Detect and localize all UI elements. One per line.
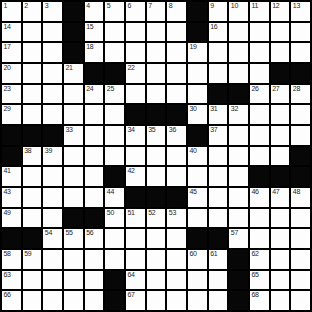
- clue-number-8: 8: [169, 2, 173, 10]
- clue-number-36: 36: [169, 126, 176, 134]
- white-cell-r12c6[interactable]: [105, 229, 124, 248]
- white-cell-r5c13[interactable]: 26: [250, 85, 269, 104]
- white-cell-r11c8[interactable]: 52: [147, 209, 166, 228]
- white-cell-r10c15[interactable]: 48: [291, 188, 310, 207]
- white-cell-r10c5[interactable]: [85, 188, 104, 207]
- white-cell-r1c1[interactable]: 1: [2, 2, 21, 21]
- white-cell-r6c10[interactable]: 30: [188, 105, 207, 124]
- white-cell-r1c2[interactable]: 2: [23, 2, 42, 21]
- clue-number-32: 32: [231, 105, 238, 113]
- clue-number-45: 45: [189, 188, 196, 196]
- white-cell-r12c12[interactable]: 57: [229, 229, 248, 248]
- white-cell-r14c5[interactable]: [85, 271, 104, 290]
- white-cell-r3c9[interactable]: [167, 43, 186, 62]
- white-cell-r6c4[interactable]: [64, 105, 83, 124]
- white-cell-r5c4[interactable]: [64, 85, 83, 104]
- white-cell-r4c2[interactable]: [23, 64, 42, 83]
- clue-number-57: 57: [231, 229, 238, 237]
- clue-number-9: 9: [210, 2, 214, 10]
- white-cell-r4c7[interactable]: 22: [126, 64, 145, 83]
- white-cell-r13c1[interactable]: 58: [2, 250, 21, 269]
- white-cell-r10c6[interactable]: 44: [105, 188, 124, 207]
- white-cell-r10c12[interactable]: [229, 188, 248, 207]
- white-cell-r15c15[interactable]: [291, 291, 310, 310]
- white-cell-r14c9[interactable]: [167, 271, 186, 290]
- clue-number-24: 24: [86, 85, 93, 93]
- white-cell-r7c9[interactable]: 36: [167, 126, 186, 145]
- white-cell-r8c6[interactable]: [105, 147, 124, 166]
- clue-number-16: 16: [210, 23, 217, 31]
- white-cell-r8c5[interactable]: [85, 147, 104, 166]
- black-cell-r10c7: [126, 188, 145, 207]
- clue-number-61: 61: [210, 250, 217, 258]
- white-cell-r1c9[interactable]: 8: [167, 2, 186, 21]
- white-cell-r7c14[interactable]: [271, 126, 290, 145]
- white-cell-r4c1[interactable]: 20: [2, 64, 21, 83]
- white-cell-r8c10[interactable]: 40: [188, 147, 207, 166]
- black-cell-r10c8: [147, 188, 166, 207]
- white-cell-r10c10[interactable]: 45: [188, 188, 207, 207]
- clue-number-54: 54: [45, 229, 52, 237]
- white-cell-r5c3[interactable]: [43, 85, 62, 104]
- white-cell-r7c8[interactable]: 35: [147, 126, 166, 145]
- white-cell-r1c14[interactable]: 12: [271, 2, 290, 21]
- white-cell-r2c1[interactable]: 14: [2, 23, 21, 42]
- clue-number-3: 3: [45, 2, 49, 10]
- white-cell-r6c2[interactable]: [23, 105, 42, 124]
- clue-number-25: 25: [107, 85, 114, 93]
- white-cell-r11c7[interactable]: 51: [126, 209, 145, 228]
- white-cell-r4c13[interactable]: [250, 64, 269, 83]
- white-cell-r9c12[interactable]: [229, 167, 248, 186]
- white-cell-r2c14[interactable]: [271, 23, 290, 42]
- clue-number-42: 42: [127, 167, 134, 175]
- clue-number-18: 18: [86, 43, 93, 51]
- white-cell-r9c11[interactable]: [209, 167, 228, 186]
- white-cell-r14c11[interactable]: [209, 271, 228, 290]
- white-cell-r1c6[interactable]: 5: [105, 2, 124, 21]
- white-cell-r1c5[interactable]: 4: [85, 2, 104, 21]
- clue-number-65: 65: [251, 271, 258, 279]
- black-cell-r9c15: [291, 167, 310, 186]
- clue-number-13: 13: [293, 2, 300, 10]
- black-cell-r2c10: [188, 23, 207, 42]
- black-cell-r9c6: [105, 167, 124, 186]
- white-cell-r13c6[interactable]: [105, 250, 124, 269]
- clue-number-10: 10: [231, 2, 238, 10]
- white-cell-r3c2[interactable]: [23, 43, 42, 62]
- white-cell-r14c14[interactable]: [271, 271, 290, 290]
- black-cell-r12c1: [2, 229, 21, 248]
- white-cell-r8c9[interactable]: [167, 147, 186, 166]
- white-cell-r3c3[interactable]: [43, 43, 62, 62]
- white-cell-r12c7[interactable]: [126, 229, 145, 248]
- white-cell-r13c11[interactable]: 61: [209, 250, 228, 269]
- white-cell-r12c4[interactable]: 55: [64, 229, 83, 248]
- white-cell-r11c1[interactable]: 49: [2, 209, 21, 228]
- black-cell-r4c14: [271, 64, 290, 83]
- white-cell-r8c13[interactable]: [250, 147, 269, 166]
- clue-number-52: 52: [148, 209, 155, 217]
- white-cell-r14c15[interactable]: [291, 271, 310, 290]
- white-cell-r3c12[interactable]: [229, 43, 248, 62]
- white-cell-r1c12[interactable]: 10: [229, 2, 248, 21]
- clue-number-15: 15: [86, 23, 93, 31]
- clue-number-62: 62: [251, 250, 258, 258]
- white-cell-r1c15[interactable]: 13: [291, 2, 310, 21]
- black-cell-r9c13: [250, 167, 269, 186]
- white-cell-r2c15[interactable]: [291, 23, 310, 42]
- white-cell-r13c7[interactable]: [126, 250, 145, 269]
- white-cell-r10c13[interactable]: 46: [250, 188, 269, 207]
- white-cell-r2c11[interactable]: 16: [209, 23, 228, 42]
- black-cell-r7c2: [23, 126, 42, 145]
- white-cell-r1c8[interactable]: 7: [147, 2, 166, 21]
- black-cell-r13c12: [229, 250, 248, 269]
- black-cell-r4c5: [85, 64, 104, 83]
- white-cell-r11c11[interactable]: [209, 209, 228, 228]
- white-cell-r9c2[interactable]: [23, 167, 42, 186]
- clue-number-6: 6: [127, 2, 131, 10]
- white-cell-r3c5[interactable]: 18: [85, 43, 104, 62]
- white-cell-r1c3[interactable]: 3: [43, 2, 62, 21]
- black-cell-r12c11: [209, 229, 228, 248]
- white-cell-r15c2[interactable]: [23, 291, 42, 310]
- white-cell-r4c9[interactable]: [167, 64, 186, 83]
- white-cell-r14c1[interactable]: 63: [2, 271, 21, 290]
- white-cell-r4c10[interactable]: [188, 64, 207, 83]
- white-cell-r13c3[interactable]: [43, 250, 62, 269]
- clue-number-1: 1: [4, 2, 8, 10]
- white-cell-r1c7[interactable]: 6: [126, 2, 145, 21]
- white-cell-r5c14[interactable]: 27: [271, 85, 290, 104]
- black-cell-r15c12: [229, 291, 248, 310]
- black-cell-r3c4: [64, 43, 83, 62]
- white-cell-r3c6[interactable]: [105, 43, 124, 62]
- clue-number-40: 40: [189, 147, 196, 155]
- white-cell-r10c14[interactable]: 47: [271, 188, 290, 207]
- white-cell-r7c12[interactable]: [229, 126, 248, 145]
- white-cell-r12c14[interactable]: [271, 229, 290, 248]
- white-cell-r12c9[interactable]: [167, 229, 186, 248]
- white-cell-r1c13[interactable]: 11: [250, 2, 269, 21]
- black-cell-r7c1: [2, 126, 21, 145]
- clue-number-22: 22: [127, 64, 134, 72]
- clue-number-43: 43: [4, 188, 11, 196]
- black-cell-r6c8: [147, 105, 166, 124]
- clue-number-48: 48: [293, 188, 300, 196]
- white-cell-r13c14[interactable]: [271, 250, 290, 269]
- white-cell-r3c15[interactable]: [291, 43, 310, 62]
- white-cell-r2c3[interactable]: [43, 23, 62, 42]
- white-cell-r8c2[interactable]: 38: [23, 147, 42, 166]
- white-cell-r15c9[interactable]: [167, 291, 186, 310]
- white-cell-r7c6[interactable]: [105, 126, 124, 145]
- white-cell-r12c15[interactable]: [291, 229, 310, 248]
- white-cell-r8c4[interactable]: [64, 147, 83, 166]
- black-cell-r9c14: [271, 167, 290, 186]
- clue-number-12: 12: [272, 2, 279, 10]
- black-cell-r1c4: [64, 2, 83, 21]
- white-cell-r9c10[interactable]: [188, 167, 207, 186]
- white-cell-r2c12[interactable]: [229, 23, 248, 42]
- white-cell-r15c5[interactable]: [85, 291, 104, 310]
- white-cell-r13c5[interactable]: [85, 250, 104, 269]
- white-cell-r15c7[interactable]: 67: [126, 291, 145, 310]
- white-cell-r13c13[interactable]: 62: [250, 250, 269, 269]
- clue-number-67: 67: [127, 291, 134, 299]
- white-cell-r6c13[interactable]: [250, 105, 269, 124]
- white-cell-r14c8[interactable]: [147, 271, 166, 290]
- crossword-grid: 1234567891011121314151617181920212223242…: [0, 0, 312, 312]
- clue-number-58: 58: [4, 250, 11, 258]
- white-cell-r11c14[interactable]: [271, 209, 290, 228]
- clue-number-33: 33: [65, 126, 72, 134]
- white-cell-r12c13[interactable]: [250, 229, 269, 248]
- white-cell-r4c3[interactable]: [43, 64, 62, 83]
- white-cell-r7c4[interactable]: 33: [64, 126, 83, 145]
- black-cell-r10c9: [167, 188, 186, 207]
- white-cell-r10c1[interactable]: 43: [2, 188, 21, 207]
- clue-number-21: 21: [65, 64, 72, 72]
- white-cell-r5c2[interactable]: [23, 85, 42, 104]
- white-cell-r13c9[interactable]: [167, 250, 186, 269]
- white-cell-r2c6[interactable]: [105, 23, 124, 42]
- black-cell-r14c12: [229, 271, 248, 290]
- clue-number-59: 59: [24, 250, 31, 258]
- clue-number-38: 38: [24, 147, 31, 155]
- white-cell-r15c13[interactable]: 68: [250, 291, 269, 310]
- black-cell-r15c6: [105, 291, 124, 310]
- white-cell-r3c7[interactable]: [126, 43, 145, 62]
- white-cell-r5c1[interactable]: 23: [2, 85, 21, 104]
- clue-number-37: 37: [210, 126, 217, 134]
- black-cell-r11c4: [64, 209, 83, 228]
- clue-number-63: 63: [4, 271, 11, 279]
- white-cell-r3c13[interactable]: [250, 43, 269, 62]
- white-cell-r2c5[interactable]: 15: [85, 23, 104, 42]
- white-cell-r1c11[interactable]: 9: [209, 2, 228, 21]
- white-cell-r13c15[interactable]: [291, 250, 310, 269]
- clue-number-20: 20: [4, 64, 11, 72]
- white-cell-r5c6[interactable]: 25: [105, 85, 124, 104]
- clue-number-56: 56: [86, 229, 93, 237]
- white-cell-r15c14[interactable]: [271, 291, 290, 310]
- clue-number-51: 51: [127, 209, 134, 217]
- clue-number-46: 46: [251, 188, 258, 196]
- clue-number-55: 55: [65, 229, 72, 237]
- white-cell-r3c8[interactable]: [147, 43, 166, 62]
- white-cell-r14c3[interactable]: [43, 271, 62, 290]
- white-cell-r6c14[interactable]: [271, 105, 290, 124]
- clue-number-66: 66: [4, 291, 11, 299]
- white-cell-r9c9[interactable]: [167, 167, 186, 186]
- white-cell-r15c1[interactable]: 66: [2, 291, 21, 310]
- black-cell-r1c10: [188, 2, 207, 21]
- white-cell-r11c3[interactable]: [43, 209, 62, 228]
- black-cell-r6c7: [126, 105, 145, 124]
- white-cell-r3c11[interactable]: [209, 43, 228, 62]
- white-cell-r9c7[interactable]: 42: [126, 167, 145, 186]
- clue-number-23: 23: [4, 85, 11, 93]
- white-cell-r14c4[interactable]: [64, 271, 83, 290]
- white-cell-r6c5[interactable]: [85, 105, 104, 124]
- clue-number-7: 7: [148, 2, 152, 10]
- white-cell-r9c4[interactable]: [64, 167, 83, 186]
- white-cell-r12c3[interactable]: 54: [43, 229, 62, 248]
- white-cell-r3c1[interactable]: 17: [2, 43, 21, 62]
- white-cell-r13c2[interactable]: 59: [23, 250, 42, 269]
- white-cell-r10c11[interactable]: [209, 188, 228, 207]
- black-cell-r2c4: [64, 23, 83, 42]
- clue-number-64: 64: [127, 271, 134, 279]
- white-cell-r8c7[interactable]: [126, 147, 145, 166]
- white-cell-r4c8[interactable]: [147, 64, 166, 83]
- clue-number-53: 53: [169, 209, 176, 217]
- white-cell-r3c10[interactable]: 19: [188, 43, 207, 62]
- clue-number-47: 47: [272, 188, 279, 196]
- white-cell-r8c12[interactable]: [229, 147, 248, 166]
- white-cell-r5c10[interactable]: [188, 85, 207, 104]
- white-cell-r8c14[interactable]: [271, 147, 290, 166]
- white-cell-r10c3[interactable]: [43, 188, 62, 207]
- white-cell-r5c9[interactable]: [167, 85, 186, 104]
- black-cell-r12c10: [188, 229, 207, 248]
- clue-number-34: 34: [127, 126, 134, 134]
- white-cell-r7c11[interactable]: 37: [209, 126, 228, 145]
- white-cell-r14c7[interactable]: 64: [126, 271, 145, 290]
- white-cell-r6c3[interactable]: [43, 105, 62, 124]
- white-cell-r13c4[interactable]: [64, 250, 83, 269]
- white-cell-r4c4[interactable]: 21: [64, 64, 83, 83]
- white-cell-r2c2[interactable]: [23, 23, 42, 42]
- clue-number-68: 68: [251, 291, 258, 299]
- black-cell-r5c12: [229, 85, 248, 104]
- white-cell-r4c11[interactable]: [209, 64, 228, 83]
- white-cell-r2c9[interactable]: [167, 23, 186, 42]
- white-cell-r12c5[interactable]: 56: [85, 229, 104, 248]
- white-cell-r15c11[interactable]: [209, 291, 228, 310]
- white-cell-r7c5[interactable]: [85, 126, 104, 145]
- white-cell-r7c15[interactable]: [291, 126, 310, 145]
- black-cell-r8c1: [2, 147, 21, 166]
- clue-number-49: 49: [4, 209, 11, 217]
- white-cell-r15c4[interactable]: [64, 291, 83, 310]
- white-cell-r13c10[interactable]: 60: [188, 250, 207, 269]
- white-cell-r13c8[interactable]: [147, 250, 166, 269]
- white-cell-r11c15[interactable]: [291, 209, 310, 228]
- white-cell-r15c3[interactable]: [43, 291, 62, 310]
- white-cell-r8c3[interactable]: 39: [43, 147, 62, 166]
- white-cell-r11c13[interactable]: [250, 209, 269, 228]
- white-cell-r5c7[interactable]: [126, 85, 145, 104]
- white-cell-r9c1[interactable]: 41: [2, 167, 21, 186]
- black-cell-r14c6: [105, 271, 124, 290]
- clue-number-35: 35: [148, 126, 155, 134]
- white-cell-r4c12[interactable]: [229, 64, 248, 83]
- black-cell-r7c3: [43, 126, 62, 145]
- white-cell-r7c7[interactable]: 34: [126, 126, 145, 145]
- white-cell-r9c8[interactable]: [147, 167, 166, 186]
- clue-number-28: 28: [293, 85, 300, 93]
- black-cell-r4c15: [291, 64, 310, 83]
- black-cell-r11c5: [85, 209, 104, 228]
- clue-number-14: 14: [4, 23, 11, 31]
- white-cell-r6c12[interactable]: 32: [229, 105, 248, 124]
- white-cell-r14c10[interactable]: [188, 271, 207, 290]
- white-cell-r5c15[interactable]: 28: [291, 85, 310, 104]
- clue-number-27: 27: [272, 85, 279, 93]
- white-cell-r8c8[interactable]: [147, 147, 166, 166]
- white-cell-r11c10[interactable]: [188, 209, 207, 228]
- white-cell-r10c4[interactable]: [64, 188, 83, 207]
- clue-number-39: 39: [45, 147, 52, 155]
- white-cell-r2c8[interactable]: [147, 23, 166, 42]
- white-cell-r8c11[interactable]: [209, 147, 228, 166]
- clue-number-5: 5: [107, 2, 111, 10]
- white-cell-r12c8[interactable]: [147, 229, 166, 248]
- clue-number-44: 44: [107, 188, 114, 196]
- white-cell-r2c13[interactable]: [250, 23, 269, 42]
- black-cell-r12c2: [23, 229, 42, 248]
- white-cell-r6c6[interactable]: [105, 105, 124, 124]
- clue-number-41: 41: [4, 167, 11, 175]
- white-cell-r15c10[interactable]: [188, 291, 207, 310]
- black-cell-r4c6: [105, 64, 124, 83]
- black-cell-r6c9: [167, 105, 186, 124]
- white-cell-r6c1[interactable]: 29: [2, 105, 21, 124]
- clue-number-29: 29: [4, 105, 11, 113]
- clue-number-2: 2: [24, 2, 28, 10]
- white-cell-r11c12[interactable]: [229, 209, 248, 228]
- white-cell-r10c2[interactable]: [23, 188, 42, 207]
- black-cell-r8c15: [291, 147, 310, 166]
- clue-number-17: 17: [4, 43, 11, 51]
- white-cell-r11c6[interactable]: 50: [105, 209, 124, 228]
- white-cell-r3c14[interactable]: [271, 43, 290, 62]
- white-cell-r6c11[interactable]: 31: [209, 105, 228, 124]
- clue-number-50: 50: [107, 209, 114, 217]
- white-cell-r14c13[interactable]: 65: [250, 271, 269, 290]
- white-cell-r7c13[interactable]: [250, 126, 269, 145]
- black-cell-r5c11: [209, 85, 228, 104]
- white-cell-r6c15[interactable]: [291, 105, 310, 124]
- white-cell-r2c7[interactable]: [126, 23, 145, 42]
- clue-number-11: 11: [251, 2, 258, 10]
- clue-number-30: 30: [189, 105, 196, 113]
- white-cell-r11c9[interactable]: 53: [167, 209, 186, 228]
- white-cell-r9c5[interactable]: [85, 167, 104, 186]
- clue-number-31: 31: [210, 105, 217, 113]
- clue-number-19: 19: [189, 43, 196, 51]
- clue-number-4: 4: [86, 2, 90, 10]
- white-cell-r15c8[interactable]: [147, 291, 166, 310]
- clue-number-26: 26: [251, 85, 258, 93]
- clue-number-60: 60: [189, 250, 196, 258]
- black-cell-r7c10: [188, 126, 207, 145]
- white-cell-r14c2[interactable]: [23, 271, 42, 290]
- white-cell-r5c8[interactable]: [147, 85, 166, 104]
- white-cell-r11c2[interactable]: [23, 209, 42, 228]
- white-cell-r9c3[interactable]: [43, 167, 62, 186]
- white-cell-r5c5[interactable]: 24: [85, 85, 104, 104]
